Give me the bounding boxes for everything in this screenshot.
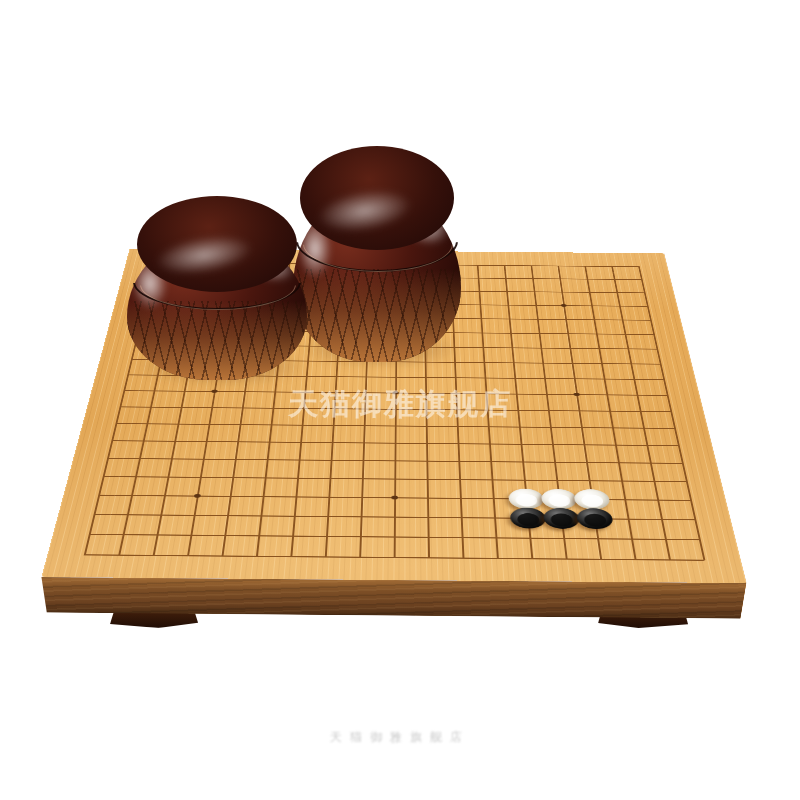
intersection-13-11 — [443, 452, 476, 470]
intersection-18-3 — [169, 545, 207, 566]
intersection-12-13 — [505, 435, 538, 453]
intersection-7-14 — [527, 355, 558, 370]
intersection-14-17 — [636, 472, 672, 491]
intersection-14-7 — [313, 469, 347, 488]
intersection-16-4 — [209, 506, 245, 526]
intersection-16-15: ● — [577, 509, 613, 529]
intersection-5-14 — [524, 326, 554, 341]
go-bowl-left — [127, 196, 307, 380]
intersection-9-17 — [620, 387, 653, 403]
intersection-8-16 — [588, 371, 620, 387]
intersection-13-17 — [633, 454, 668, 472]
intersection-10-3 — [195, 399, 228, 416]
lid-highlight — [313, 182, 417, 238]
intersection-8-9 — [381, 369, 411, 385]
intersection-16-2 — [142, 505, 179, 525]
intersection-17-18 — [680, 529, 718, 550]
intersection-12-7 — [316, 434, 349, 452]
intersection-3-13 — [493, 298, 522, 312]
intersection-6-14 — [526, 340, 557, 355]
black-stone: ● — [510, 508, 547, 529]
intersection-13-14 — [538, 453, 572, 471]
intersection-18-7 — [307, 546, 343, 567]
intersection-4-16 — [579, 312, 610, 326]
intersection-18-18 — [684, 549, 723, 570]
intersection-18-13 — [514, 548, 550, 569]
intersection-9-15 — [560, 386, 593, 402]
intersection-15-6 — [279, 487, 314, 506]
intersection-18-15 — [582, 549, 619, 570]
intersection-17-15 — [579, 528, 616, 549]
intersection-18-14 — [548, 548, 585, 569]
intersection-16-10 — [411, 507, 445, 527]
intersection-16-16 — [610, 509, 647, 529]
intersection-7-12 — [469, 355, 499, 370]
lid-highlight — [151, 229, 258, 283]
intersection-14-11 — [443, 470, 476, 489]
intersection-15-10 — [411, 488, 444, 507]
intersection-15-15: ● — [574, 490, 610, 509]
watermark-text: 天猫御雅旗舰店 — [288, 384, 512, 425]
intersection-18-9 — [377, 547, 412, 568]
intersection-15-17 — [639, 490, 676, 509]
intersection-14-16 — [604, 471, 640, 490]
intersection-17-13 — [512, 528, 548, 549]
intersection-4-15 — [551, 312, 581, 326]
intersection-5-15 — [553, 326, 584, 341]
intersection-17-5 — [241, 525, 277, 545]
intersection-17-3 — [172, 525, 209, 545]
intersection-8-8 — [351, 369, 381, 385]
intersection-15-5 — [246, 487, 281, 506]
go-bowl-right — [293, 146, 461, 362]
intersection-12-8 — [348, 434, 380, 452]
intersection-12-12 — [473, 435, 506, 453]
intersection-9-1 — [137, 383, 171, 399]
intersection-3-12 — [466, 298, 495, 312]
intersection-15-14: ● — [542, 489, 577, 508]
intersection-17-17 — [647, 529, 685, 550]
intersection-11-2 — [161, 415, 195, 432]
intersection-14-5 — [248, 468, 282, 487]
intersection-9-5 — [259, 384, 291, 400]
intersection-15-0 — [80, 485, 117, 504]
intersection-18-8 — [342, 546, 377, 567]
intersection-15-4 — [212, 487, 247, 506]
intersection-17-7 — [309, 526, 344, 546]
board-grid-reflection — [127, 301, 307, 380]
intersection-18-17 — [650, 549, 689, 570]
intersection-17-11 — [445, 527, 480, 548]
intersection-5-13 — [496, 326, 526, 341]
hoshi-point — [561, 304, 567, 307]
intersection-2-12 — [465, 284, 493, 298]
intersection-11-17 — [626, 419, 660, 436]
intersection-17-0 — [70, 524, 109, 544]
intersection-12-5 — [252, 433, 285, 451]
intersection-5-16 — [581, 327, 612, 342]
intersection-10-15 — [563, 402, 596, 419]
intersection-17-6 — [275, 526, 311, 546]
intersection-12-1 — [126, 432, 161, 450]
product-photo-scene: ●●●●●● 天猫御雅旗舰店 天猫御雅旗舰店 — [0, 0, 800, 800]
intersection-12-2 — [157, 432, 192, 450]
intersection-6-15 — [554, 341, 585, 356]
black-stone: ● — [543, 508, 581, 529]
intersection-15-13: ● — [509, 489, 544, 508]
intersection-13-5 — [250, 450, 284, 468]
intersection-13-18 — [664, 454, 700, 472]
intersection-18-6 — [273, 546, 309, 567]
intersection-10-14 — [532, 402, 565, 419]
intersection-12-0 — [94, 432, 130, 450]
intersection-18-0 — [65, 544, 104, 565]
hoshi-point — [391, 496, 398, 500]
intersection-8-14 — [529, 370, 561, 386]
intersection-13-2 — [154, 450, 189, 468]
intersection-12-17 — [630, 436, 665, 454]
intersection-13-4 — [218, 450, 252, 468]
intersection-8-10 — [411, 369, 441, 385]
intersection-0-14 — [517, 259, 545, 272]
intersection-12-16 — [598, 436, 632, 454]
intersection-14-6 — [281, 469, 315, 488]
intersection-16-17 — [643, 509, 680, 529]
intersection-15-11 — [444, 489, 478, 508]
intersection-17-1 — [104, 524, 142, 544]
intersection-18-16 — [616, 549, 654, 570]
intersection-4-18 — [635, 313, 666, 327]
intersection-9-18 — [650, 387, 684, 403]
intersection-14-14 — [540, 471, 575, 490]
intersection-2-18 — [629, 286, 660, 300]
intersection-14-3 — [183, 468, 218, 487]
intersection-3-17 — [604, 299, 635, 313]
intersection-0-16 — [570, 260, 599, 273]
intersection-10-5 — [257, 400, 289, 417]
intersection-6-12 — [468, 340, 498, 355]
intersection-9-16 — [590, 387, 623, 403]
intersection-16-1 — [109, 505, 147, 525]
black-stone: ● — [576, 508, 614, 529]
intersection-13-1 — [122, 449, 158, 467]
intersection-11-4 — [223, 416, 256, 433]
bottom-watermark-text: 天猫御雅旗舰店 — [330, 729, 470, 746]
intersection-2-17 — [602, 286, 632, 300]
intersection-3-18 — [632, 299, 663, 313]
bowl-lid — [137, 196, 297, 292]
intersection-15-8 — [345, 488, 379, 507]
intersection-17-9 — [377, 527, 411, 547]
intersection-16-13: ● — [510, 508, 545, 528]
intersection-0-18 — [624, 260, 654, 273]
intersection-16-8 — [344, 507, 378, 527]
intersection-9-4 — [228, 383, 260, 399]
intersection-4-17 — [607, 313, 638, 327]
intersection-15-1 — [113, 486, 150, 505]
intersection-13-6 — [282, 451, 315, 469]
intersection-13-10 — [411, 452, 443, 470]
intersection-16-14: ● — [544, 508, 580, 528]
intersection-18-12 — [480, 548, 516, 569]
intersection-17-2 — [138, 525, 176, 545]
intersection-17-10 — [411, 527, 445, 548]
intersection-14-2 — [150, 468, 186, 487]
intersection-2-13 — [492, 285, 521, 299]
intersection-4-14 — [523, 312, 553, 326]
intersection-6-18 — [641, 341, 673, 356]
intersection-17-14 — [546, 528, 582, 549]
intersection-10-16 — [593, 403, 626, 420]
intersection-14-10 — [411, 470, 444, 489]
intersection-12-15 — [567, 436, 601, 454]
intersection-9-0 — [107, 382, 141, 398]
intersection-1-14 — [518, 272, 547, 285]
intersection-1-13 — [491, 272, 519, 285]
intersection-12-18 — [661, 437, 696, 455]
board-front-face — [41, 577, 746, 619]
intersection-11-5 — [255, 416, 288, 433]
intersection-11-18 — [657, 420, 692, 437]
intersection-4-12 — [466, 311, 495, 325]
intersection-2-16 — [574, 285, 604, 299]
intersection-4-13 — [495, 312, 525, 326]
intersection-17-4 — [206, 525, 243, 545]
intersection-10-4 — [226, 399, 259, 416]
hoshi-point — [194, 494, 201, 498]
intersection-13-15 — [569, 453, 604, 471]
intersection-15-3 — [179, 486, 215, 505]
intersection-10-0 — [103, 398, 138, 415]
intersection-8-18 — [647, 371, 680, 387]
intersection-13-8 — [347, 451, 380, 469]
intersection-8-17 — [618, 371, 651, 387]
intersection-10-1 — [133, 399, 167, 416]
intersection-1-12 — [464, 271, 492, 284]
intersection-15-2 — [146, 486, 182, 505]
intersection-16-12 — [477, 508, 512, 528]
intersection-16-18 — [676, 510, 714, 530]
intersection-17-8 — [343, 526, 378, 546]
intersection-18-11 — [445, 547, 480, 568]
intersection-6-17 — [612, 341, 644, 356]
intersection-10-17 — [623, 403, 657, 420]
intersection-5-18 — [638, 327, 670, 342]
intersection-6-13 — [497, 340, 527, 355]
intersection-15-16 — [607, 490, 643, 509]
intersection-7-17 — [615, 356, 647, 371]
intersection-12-4 — [221, 433, 255, 451]
intersection-2-15 — [547, 285, 576, 299]
intersection-18-1 — [99, 544, 138, 565]
intersection-1-15 — [545, 272, 574, 285]
intersection-13-13 — [506, 453, 540, 471]
intersection-0-13 — [490, 259, 518, 272]
intersection-16-5 — [243, 506, 279, 526]
intersection-1-16 — [572, 272, 601, 285]
intersection-15-9 — [378, 488, 411, 507]
intersection-1-17 — [599, 273, 629, 286]
intersection-18-5 — [238, 546, 275, 567]
board-grid-reflection — [293, 269, 461, 362]
intersection-14-18 — [668, 472, 705, 491]
intersection-18-10 — [411, 547, 446, 568]
intersection-16-7 — [310, 506, 345, 526]
intersection-7-16 — [586, 356, 618, 371]
intersection-3-14 — [521, 298, 551, 312]
intersection-11-0 — [98, 415, 133, 432]
intersection-14-12 — [475, 470, 509, 489]
intersection-11-1 — [130, 415, 165, 432]
intersection-16-11 — [444, 508, 478, 528]
intersection-9-14 — [531, 386, 563, 402]
intersection-0-15 — [544, 259, 573, 272]
intersection-10-18 — [654, 403, 688, 420]
intersection-13-16 — [601, 454, 636, 472]
intersection-14-9 — [378, 470, 411, 489]
intersection-6-16 — [583, 341, 615, 356]
intersection-7-15 — [556, 355, 588, 370]
intersection-5-12 — [467, 326, 497, 341]
intersection-18-2 — [134, 545, 172, 566]
intersection-13-0 — [89, 449, 125, 467]
intersection-7-18 — [644, 356, 677, 371]
intersection-12-10 — [411, 434, 443, 452]
intersection-11-16 — [596, 419, 630, 436]
intersection-17-16 — [613, 529, 650, 550]
white-stone: ● — [541, 489, 578, 509]
intersection-14-4 — [215, 468, 250, 487]
intersection-16-3 — [176, 505, 213, 525]
intersection-15-12 — [476, 489, 510, 508]
intersection-12-14 — [536, 436, 570, 454]
intersection-15-7 — [312, 487, 346, 506]
intersection-14-15 — [572, 471, 607, 490]
intersection-13-7 — [314, 451, 347, 469]
intersection-16-0 — [75, 504, 113, 524]
bowl-lid — [300, 146, 454, 250]
intersection-12-11 — [442, 435, 474, 453]
white-stone: ● — [508, 489, 545, 509]
intersection-9-2 — [168, 383, 201, 399]
intersection-2-14 — [520, 285, 549, 299]
intersection-1-18 — [626, 273, 656, 286]
intersection-13-3 — [186, 450, 221, 468]
intersection-17-12 — [478, 527, 513, 548]
intersection-18-4 — [203, 545, 240, 566]
intersection-3-16 — [577, 299, 607, 313]
intersection-12-9 — [379, 434, 411, 452]
hoshi-point — [573, 393, 580, 396]
intersection-5-17 — [609, 327, 640, 342]
intersection-10-2 — [164, 399, 198, 416]
intersection-0-17 — [597, 260, 626, 273]
white-stone: ● — [573, 489, 611, 509]
intersection-7-13 — [498, 355, 529, 370]
intersection-14-8 — [346, 469, 379, 488]
intersection-11-14 — [534, 419, 567, 436]
intersection-14-13 — [507, 471, 541, 490]
intersection-0-12 — [464, 259, 492, 272]
intersection-8-15 — [558, 371, 590, 387]
intersection-13-9 — [379, 452, 411, 470]
intersection-11-3 — [192, 416, 226, 433]
intersection-3-15 — [549, 298, 579, 312]
intersection-14-0 — [85, 467, 122, 486]
intersection-12-6 — [284, 433, 317, 451]
intersection-13-12 — [474, 452, 507, 470]
hoshi-point — [211, 390, 218, 393]
intersection-14-1 — [117, 467, 153, 486]
intersection-12-3 — [189, 433, 223, 451]
intersection-11-15 — [565, 419, 598, 436]
intersection-8-7 — [321, 369, 352, 385]
intersection-15-18 — [672, 491, 709, 510]
intersection-16-6 — [277, 506, 312, 526]
intersection-16-9 — [378, 507, 412, 527]
